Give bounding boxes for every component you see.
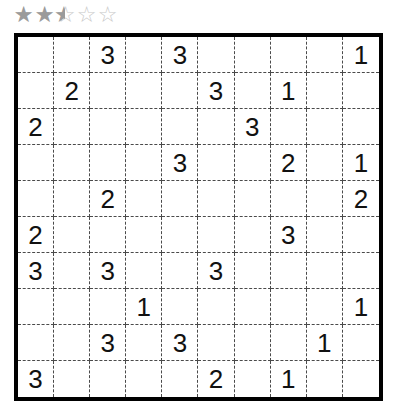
cell-r10c3[interactable] [90,361,126,397]
cell-r3c8[interactable] [271,109,307,145]
cell-r6c9[interactable] [307,217,343,253]
cell-r6c4[interactable] [126,217,162,253]
cell-r1c4[interactable] [126,37,162,73]
cell-r4c5[interactable]: 3 [162,145,198,181]
cell-r4c9[interactable] [307,145,343,181]
cell-r2c3[interactable] [90,73,126,109]
clue-number: 3 [245,114,259,140]
cell-r9c3[interactable]: 3 [90,325,126,361]
cell-r9c8[interactable] [271,325,307,361]
clue-number: 1 [137,294,151,320]
cell-r6c3[interactable] [90,217,126,253]
cell-r9c4[interactable] [126,325,162,361]
cell-r6c1[interactable]: 2 [18,217,54,253]
clue-number: 3 [101,42,115,68]
cell-r5c6[interactable] [198,181,234,217]
cell-r10c5[interactable] [162,361,198,397]
cell-r5c10[interactable]: 2 [343,181,379,217]
clue-number: 3 [209,258,223,284]
cell-r4c6[interactable] [198,145,234,181]
cell-r4c8[interactable]: 2 [271,145,307,181]
cell-r5c4[interactable] [126,181,162,217]
clue-number: 2 [209,366,223,392]
clue-number: 3 [28,258,42,284]
cell-r1c9[interactable] [307,37,343,73]
star-filled-icon: ☆★ [12,3,33,27]
clue-number: 3 [281,222,295,248]
cell-r4c10[interactable]: 1 [343,145,379,181]
clue-number: 1 [281,78,295,104]
clue-number: 3 [173,330,187,356]
cell-r6c7[interactable] [235,217,271,253]
cell-r8c2[interactable] [54,289,90,325]
cell-r1c8[interactable] [271,37,307,73]
clue-number: 2 [101,186,115,212]
cell-r4c7[interactable] [235,145,271,181]
cell-r7c6[interactable]: 3 [198,253,234,289]
cell-r3c1[interactable]: 2 [18,109,54,145]
cell-r10c10[interactable] [343,361,379,397]
cell-r7c2[interactable] [54,253,90,289]
cell-r9c7[interactable] [235,325,271,361]
cell-r8c3[interactable] [90,289,126,325]
difficulty-rating: ☆★☆★☆★☆★☆★ [12,2,117,28]
cell-r5c8[interactable] [271,181,307,217]
cell-r3c9[interactable] [307,109,343,145]
cell-r8c1[interactable] [18,289,54,325]
cell-r10c7[interactable] [235,361,271,397]
cell-r7c9[interactable] [307,253,343,289]
cell-r7c4[interactable] [126,253,162,289]
clue-number: 2 [354,186,368,212]
clue-number: 1 [354,150,368,176]
cell-r1c6[interactable] [198,37,234,73]
cell-r3c10[interactable] [343,109,379,145]
cell-r6c5[interactable] [162,217,198,253]
clue-number: 3 [101,330,115,356]
cell-r2c4[interactable] [126,73,162,109]
clue-number: 1 [317,330,331,356]
cell-r4c1[interactable] [18,145,54,181]
cell-r9c10[interactable] [343,325,379,361]
cell-r5c9[interactable] [307,181,343,217]
cell-r7c7[interactable] [235,253,271,289]
star-empty-icon: ☆★ [75,3,96,27]
cell-r8c8[interactable] [271,289,307,325]
cell-r2c1[interactable] [18,73,54,109]
cell-r2c5[interactable] [162,73,198,109]
cell-r5c2[interactable] [54,181,90,217]
cell-r8c7[interactable] [235,289,271,325]
cell-r10c1[interactable]: 3 [18,361,54,397]
cell-r8c4[interactable]: 1 [126,289,162,325]
cell-r2c8[interactable]: 1 [271,73,307,109]
cell-r1c1[interactable] [18,37,54,73]
cell-r1c5[interactable]: 3 [162,37,198,73]
cell-r7c5[interactable] [162,253,198,289]
clue-number: 1 [354,294,368,320]
cell-r4c4[interactable] [126,145,162,181]
clue-number: 3 [28,366,42,392]
clue-number: 1 [354,42,368,68]
clue-number: 3 [173,150,187,176]
clue-number: 3 [101,258,115,284]
cell-r3c7[interactable]: 3 [235,109,271,145]
clue-number: 2 [28,114,42,140]
cell-r9c1[interactable] [18,325,54,361]
cell-r2c7[interactable] [235,73,271,109]
cell-r9c2[interactable] [54,325,90,361]
clue-number: 2 [281,150,295,176]
puzzle-page: ☆★☆★☆★☆★☆★ 33123123321222333311331321 [0,0,396,412]
cell-r3c2[interactable] [54,109,90,145]
cell-r8c6[interactable] [198,289,234,325]
star-half-icon: ☆★ [54,3,75,27]
cell-r10c4[interactable] [126,361,162,397]
cell-r5c1[interactable] [18,181,54,217]
cell-r6c6[interactable] [198,217,234,253]
cell-r9c5[interactable]: 3 [162,325,198,361]
cell-r2c6[interactable]: 3 [198,73,234,109]
star-filled-icon: ☆★ [33,3,54,27]
cell-r2c9[interactable] [307,73,343,109]
cell-r9c6[interactable] [198,325,234,361]
cell-r10c9[interactable] [307,361,343,397]
cell-r3c6[interactable] [198,109,234,145]
cell-r2c2[interactable]: 2 [54,73,90,109]
puzzle-board: 33123123321222333311331321 [14,33,383,401]
cell-r2c10[interactable] [343,73,379,109]
cell-r1c2[interactable] [54,37,90,73]
cell-r3c3[interactable] [90,109,126,145]
cell-r6c8[interactable]: 3 [271,217,307,253]
clue-number: 1 [281,366,295,392]
cell-r4c3[interactable] [90,145,126,181]
cell-r6c2[interactable] [54,217,90,253]
cell-r8c5[interactable] [162,289,198,325]
cell-r7c1[interactable]: 3 [18,253,54,289]
cell-r9c9[interactable]: 1 [307,325,343,361]
cell-r8c10[interactable]: 1 [343,289,379,325]
cell-r5c3[interactable]: 2 [90,181,126,217]
cell-r10c8[interactable]: 1 [271,361,307,397]
cell-r3c5[interactable] [162,109,198,145]
cell-r7c8[interactable] [271,253,307,289]
cell-r3c4[interactable] [126,109,162,145]
cell-r7c3[interactable]: 3 [90,253,126,289]
cell-r1c3[interactable]: 3 [90,37,126,73]
cell-r6c10[interactable] [343,217,379,253]
cell-r10c2[interactable] [54,361,90,397]
cell-r5c5[interactable] [162,181,198,217]
cell-r4c2[interactable] [54,145,90,181]
cell-r10c6[interactable]: 2 [198,361,234,397]
cell-r1c10[interactable]: 1 [343,37,379,73]
clue-number: 3 [209,78,223,104]
cell-r8c9[interactable] [307,289,343,325]
clue-number: 3 [173,42,187,68]
clue-number: 2 [28,222,42,248]
cell-r1c7[interactable] [235,37,271,73]
clue-number: 2 [64,78,78,104]
cell-r5c7[interactable] [235,181,271,217]
cell-r7c10[interactable] [343,253,379,289]
star-empty-icon: ☆★ [96,3,117,27]
